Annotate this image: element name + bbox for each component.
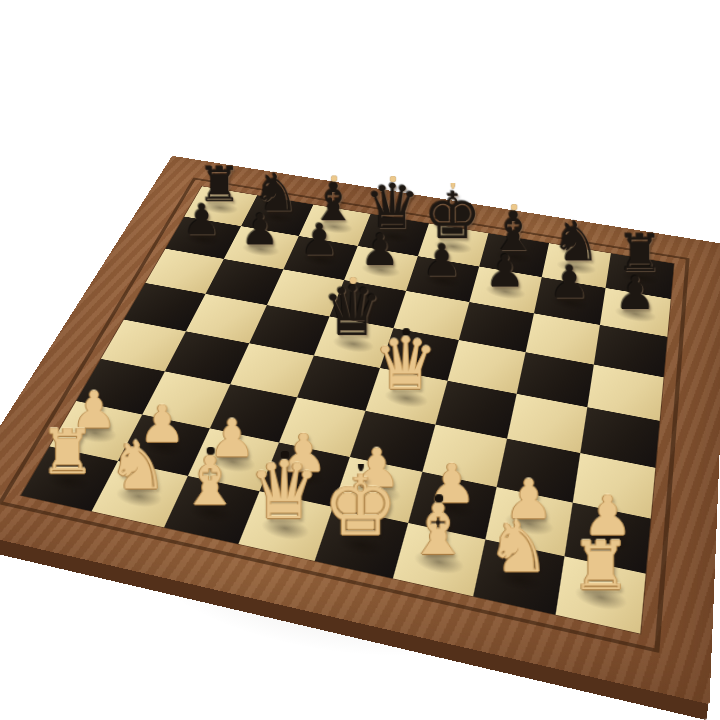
product-photo-stage: ♜♞♝♛♚♝♞♜♟♟♟♟♟♟♟♟♛♛♟♟♟♟♟♟♟♟♜♞♝♛♚♝♞♜	[0, 0, 720, 720]
ebony-finial-icon	[402, 328, 409, 335]
ebony-finial-icon	[280, 451, 288, 459]
chess-piece-white-rook: ♜	[528, 533, 672, 600]
boxwood-finial-icon	[450, 175, 454, 188]
ebony-finial-icon	[206, 447, 214, 455]
boxwood-finial-icon	[510, 204, 516, 210]
chess-piece-black-pawn: ♟	[578, 270, 693, 316]
chess-piece-white-queen-extra: ♛	[344, 328, 467, 400]
boxwood-finial-icon	[389, 176, 395, 182]
boxwood-finial-icon	[349, 277, 356, 284]
chess-board: ♜♞♝♛♚♝♞♜♟♟♟♟♟♟♟♟♛♛♟♟♟♟♟♟♟♟♜♞♝♛♚♝♞♜	[0, 156, 720, 704]
boxwood-finial-icon	[331, 175, 337, 181]
perspective-scene: ♜♞♝♛♚♝♞♜♟♟♟♟♟♟♟♟♛♛♟♟♟♟♟♟♟♟♜♞♝♛♚♝♞♜	[0, 0, 720, 720]
ebony-finial-icon	[357, 454, 363, 471]
pieces-layer: ♜♞♝♛♚♝♞♜♟♟♟♟♟♟♟♟♛♛♟♟♟♟♟♟♟♟♜♞♝♛♚♝♞♜	[21, 186, 674, 633]
ebony-finial-icon	[434, 494, 442, 502]
